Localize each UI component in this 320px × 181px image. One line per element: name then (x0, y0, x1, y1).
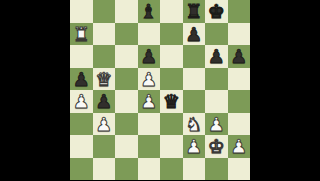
square-e2[interactable] (160, 135, 183, 158)
piece-black-bishop[interactable]: ♝ (140, 0, 157, 22)
square-h2[interactable]: ♟ (228, 135, 251, 158)
square-h1[interactable] (228, 158, 251, 181)
square-c2[interactable] (115, 135, 138, 158)
square-a7[interactable]: ♜ (70, 23, 93, 46)
square-g8[interactable]: ♚ (205, 0, 228, 23)
square-g7[interactable] (205, 23, 228, 46)
chessboard: ♝♜♚♜♟♟♟♟♟♛♟♟♟♟♛♟♞♟♟♚♟ (70, 0, 250, 180)
square-e1[interactable] (160, 158, 183, 181)
piece-white-pawn[interactable]: ♟ (73, 90, 90, 113)
square-d5[interactable]: ♟ (138, 68, 161, 91)
piece-white-pawn[interactable]: ♟ (230, 135, 247, 158)
square-c3[interactable] (115, 113, 138, 136)
square-c5[interactable] (115, 68, 138, 91)
square-a1[interactable] (70, 158, 93, 181)
square-g2[interactable]: ♚ (205, 135, 228, 158)
square-c6[interactable] (115, 45, 138, 68)
square-f2[interactable]: ♟ (183, 135, 206, 158)
square-f1[interactable] (183, 158, 206, 181)
video-frame: ♝♜♚♜♟♟♟♟♟♛♟♟♟♟♛♟♞♟♟♚♟ (0, 0, 320, 180)
square-d7[interactable] (138, 23, 161, 46)
piece-white-pawn[interactable]: ♟ (95, 112, 112, 135)
square-g4[interactable] (205, 90, 228, 113)
square-b4[interactable]: ♟ (93, 90, 116, 113)
piece-black-queen[interactable]: ♛ (163, 90, 180, 113)
piece-black-pawn[interactable]: ♟ (230, 45, 247, 68)
square-e8[interactable] (160, 0, 183, 23)
square-e4[interactable]: ♛ (160, 90, 183, 113)
square-e6[interactable] (160, 45, 183, 68)
square-f7[interactable]: ♟ (183, 23, 206, 46)
piece-black-pawn[interactable]: ♟ (185, 22, 202, 45)
square-c8[interactable] (115, 0, 138, 23)
square-d3[interactable] (138, 113, 161, 136)
square-d8[interactable]: ♝ (138, 0, 161, 23)
square-b1[interactable] (93, 158, 116, 181)
square-c1[interactable] (115, 158, 138, 181)
square-g1[interactable] (205, 158, 228, 181)
letterbox-right (250, 0, 320, 180)
square-g6[interactable]: ♟ (205, 45, 228, 68)
square-b2[interactable] (93, 135, 116, 158)
square-f5[interactable] (183, 68, 206, 91)
square-e7[interactable] (160, 23, 183, 46)
square-d2[interactable] (138, 135, 161, 158)
square-e3[interactable] (160, 113, 183, 136)
letterbox-left (0, 0, 70, 180)
square-a8[interactable] (70, 0, 93, 23)
square-g5[interactable] (205, 68, 228, 91)
piece-white-pawn[interactable]: ♟ (140, 67, 157, 90)
piece-white-pawn[interactable]: ♟ (140, 90, 157, 113)
square-b7[interactable] (93, 23, 116, 46)
square-h8[interactable] (228, 0, 251, 23)
square-a3[interactable] (70, 113, 93, 136)
piece-black-pawn[interactable]: ♟ (208, 45, 225, 68)
square-d4[interactable]: ♟ (138, 90, 161, 113)
square-e5[interactable] (160, 68, 183, 91)
square-a4[interactable]: ♟ (70, 90, 93, 113)
square-b3[interactable]: ♟ (93, 113, 116, 136)
piece-white-pawn[interactable]: ♟ (208, 112, 225, 135)
square-a6[interactable] (70, 45, 93, 68)
piece-white-pawn[interactable]: ♟ (185, 135, 202, 158)
square-b6[interactable] (93, 45, 116, 68)
square-d1[interactable] (138, 158, 161, 181)
piece-white-queen[interactable]: ♛ (95, 67, 112, 90)
square-b5[interactable]: ♛ (93, 68, 116, 91)
square-g3[interactable]: ♟ (205, 113, 228, 136)
square-h5[interactable] (228, 68, 251, 91)
piece-white-knight[interactable]: ♞ (185, 112, 202, 135)
square-h7[interactable] (228, 23, 251, 46)
piece-black-pawn[interactable]: ♟ (140, 45, 157, 68)
square-a2[interactable] (70, 135, 93, 158)
square-c4[interactable] (115, 90, 138, 113)
square-f6[interactable] (183, 45, 206, 68)
piece-black-king[interactable]: ♚ (208, 0, 225, 22)
square-a5[interactable]: ♟ (70, 68, 93, 91)
piece-white-rook[interactable]: ♜ (73, 22, 90, 45)
piece-black-rook[interactable]: ♜ (185, 0, 202, 22)
piece-black-pawn[interactable]: ♟ (95, 90, 112, 113)
square-f3[interactable]: ♞ (183, 113, 206, 136)
piece-black-pawn[interactable]: ♟ (73, 67, 90, 90)
square-h4[interactable] (228, 90, 251, 113)
square-c7[interactable] (115, 23, 138, 46)
square-f8[interactable]: ♜ (183, 0, 206, 23)
square-h3[interactable] (228, 113, 251, 136)
square-b8[interactable] (93, 0, 116, 23)
square-h6[interactable]: ♟ (228, 45, 251, 68)
square-d6[interactable]: ♟ (138, 45, 161, 68)
square-f4[interactable] (183, 90, 206, 113)
piece-white-king[interactable]: ♚ (208, 135, 225, 158)
